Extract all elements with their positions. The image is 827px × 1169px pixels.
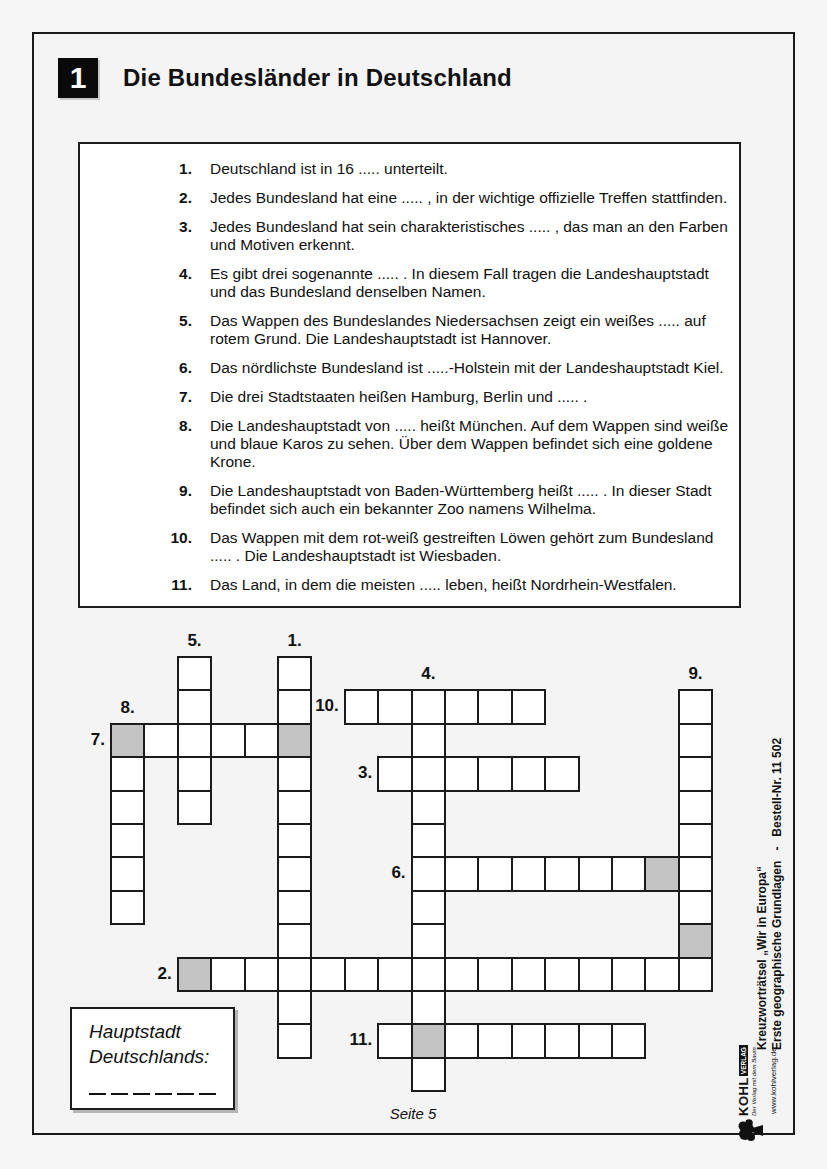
cell-r1c11[interactable]	[477, 689, 512, 724]
cell-r6c5[interactable]	[277, 856, 312, 891]
publisher-logo-top: KOHL VERLAG Der Verlag mit dem Baum	[737, 1066, 765, 1142]
cell-r6c13[interactable]	[544, 856, 579, 891]
cell-r5c0[interactable]	[110, 823, 145, 858]
cell-r1c2[interactable]	[177, 689, 212, 724]
clue-number: 2.	[80, 189, 210, 207]
clue-text: Jedes Bundesland hat eine ..... , in der…	[210, 189, 739, 207]
cell-r3c5[interactable]	[277, 756, 312, 791]
word-label-1: 1.	[288, 631, 302, 651]
clue-10: 10.Das Wappen mit dem rot-weiß gestreift…	[80, 529, 739, 565]
clue-number: 1.	[80, 160, 210, 178]
solution-blank-3[interactable]	[133, 1093, 150, 1095]
cell-r2c3[interactable]	[210, 723, 245, 758]
solution-blank-4[interactable]	[155, 1093, 172, 1095]
cell-r11c14[interactable]	[578, 1023, 613, 1058]
clue-6: 6.Das nördlichste Bundesland ist .....-H…	[80, 359, 739, 377]
cell-r3c12[interactable]	[511, 756, 546, 791]
cell-r9c12[interactable]	[511, 957, 546, 992]
shaded-cell-r8c17[interactable]	[678, 923, 713, 958]
cell-r4c2[interactable]	[177, 790, 212, 825]
cell-r6c12[interactable]	[511, 856, 546, 891]
cell-r9c4[interactable]	[244, 957, 279, 992]
cell-r3c2[interactable]	[177, 756, 212, 791]
cell-r11c5[interactable]	[277, 1023, 312, 1058]
cell-r2c2[interactable]	[177, 723, 212, 758]
cell-r6c11[interactable]	[477, 856, 512, 891]
clue-9: 9.Die Landeshauptstadt von Baden-Württem…	[80, 482, 739, 518]
word-label-8: 8.	[121, 698, 135, 718]
cell-r9c11[interactable]	[477, 957, 512, 992]
clue-number: 7.	[80, 388, 210, 406]
cell-r9c5[interactable]	[277, 957, 312, 992]
cell-r6c14[interactable]	[578, 856, 613, 891]
cell-r3c9[interactable]	[411, 756, 446, 791]
clue-list: 1.Deutschland ist in 16 ..... unterteilt…	[80, 160, 739, 594]
cell-r9c16[interactable]	[644, 957, 679, 992]
cell-r7c0[interactable]	[110, 890, 145, 925]
cell-r7c17[interactable]	[678, 890, 713, 925]
cell-r6c17[interactable]	[678, 856, 713, 891]
shaded-cell-r2c5[interactable]	[277, 723, 312, 758]
word-label-4: 4.	[421, 664, 435, 684]
cell-r4c9[interactable]	[411, 790, 446, 825]
clue-2: 2.Jedes Bundesland hat eine ..... , in d…	[80, 189, 739, 207]
cell-r9c15[interactable]	[611, 957, 646, 992]
cell-r1c12[interactable]	[511, 689, 546, 724]
clue-number: 3.	[80, 218, 210, 254]
publisher-logo: KOHL VERLAG Der Verlag mit dem Baum www.…	[737, 1066, 783, 1142]
solution-blank-6[interactable]	[199, 1093, 216, 1095]
tree-icon	[737, 1118, 765, 1142]
cell-r9c17[interactable]	[678, 957, 713, 992]
shaded-cell-r9c2[interactable]	[177, 957, 212, 992]
publisher-name: KOHL	[737, 1077, 750, 1116]
cell-r9c9[interactable]	[411, 957, 446, 992]
cell-r6c9[interactable]	[411, 856, 446, 891]
clue-box: 1.Deutschland ist in 16 ..... unterteilt…	[78, 142, 741, 608]
cell-r0c5[interactable]	[277, 656, 312, 691]
cell-r0c2[interactable]	[177, 656, 212, 691]
sidebar-series-subtitle: Erste geographische Grundlagen - Bestell…	[770, 780, 785, 1050]
clue-text: Das Wappen mit dem rot-weiß gestreiften …	[210, 529, 739, 565]
shaded-cell-r11c9[interactable]	[411, 1023, 446, 1058]
cell-r2c9[interactable]	[411, 723, 446, 758]
cell-r5c17[interactable]	[678, 823, 713, 858]
cell-r4c0[interactable]	[110, 790, 145, 825]
cell-r6c15[interactable]	[611, 856, 646, 891]
clue-number: 6.	[80, 359, 210, 377]
sidebar-series-title: Kreuzworträtsel „Wir in Europa“	[755, 780, 770, 1050]
cell-r1c9[interactable]	[411, 689, 446, 724]
cell-r1c10[interactable]	[444, 689, 479, 724]
publisher-website[interactable]: www.kohlverlag.de	[769, 1066, 778, 1114]
cell-r2c17[interactable]	[678, 723, 713, 758]
shaded-cell-r2c0[interactable]	[110, 723, 145, 758]
clue-text: Jedes Bundesland hat sein charakteristis…	[210, 218, 739, 254]
clue-text: Die drei Stadtstaaten heißen Hamburg, Be…	[210, 388, 739, 406]
clue-text: Deutschland ist in 16 ..... unterteilt.	[210, 160, 739, 178]
cell-r1c17[interactable]	[678, 689, 713, 724]
cell-r11c15[interactable]	[611, 1023, 646, 1058]
cell-r11c13[interactable]	[544, 1023, 579, 1058]
cell-r5c5[interactable]	[277, 823, 312, 858]
page-footer: Seite 5	[313, 1105, 513, 1122]
cell-r6c0[interactable]	[110, 856, 145, 891]
solution-blank-2[interactable]	[111, 1093, 128, 1095]
cell-r9c3[interactable]	[210, 957, 245, 992]
word-label-6: 6.	[346, 863, 406, 883]
cell-r9c10[interactable]	[444, 957, 479, 992]
cell-r8c5[interactable]	[277, 923, 312, 958]
clue-4: 4.Es gibt drei sogenannte ..... . In die…	[80, 265, 739, 301]
cell-r5c9[interactable]	[411, 823, 446, 858]
cell-r9c14[interactable]	[578, 957, 613, 992]
cell-r7c9[interactable]	[411, 890, 446, 925]
clue-number: 11.	[80, 576, 210, 594]
solution-box-line2: Deutschlands:	[89, 1044, 233, 1069]
word-label-11: 11.	[312, 1030, 372, 1050]
solution-box-line1: Hauptstadt	[89, 1019, 233, 1044]
clue-text: Das Wappen des Bundeslandes Niedersachse…	[210, 312, 739, 348]
clue-text: Die Landeshauptstadt von Baden-Württembe…	[210, 482, 739, 518]
cell-r9c13[interactable]	[544, 957, 579, 992]
cell-r3c8[interactable]	[377, 756, 412, 791]
cell-r7c5[interactable]	[277, 890, 312, 925]
word-label-10: 10.	[279, 696, 339, 716]
cell-r11c11[interactable]	[477, 1023, 512, 1058]
word-label-9: 9.	[688, 664, 702, 684]
cell-r6c10[interactable]	[444, 856, 479, 891]
publisher-tagline: Der Verlag mit dem Baum	[751, 1045, 757, 1116]
page-title: Die Bundesländer in Deutschland	[123, 58, 512, 98]
clue-text: Das nördlichste Bundesland ist .....-Hol…	[210, 359, 739, 377]
clue-number: 5.	[80, 312, 210, 348]
clue-number: 8.	[80, 417, 210, 471]
cell-r8c9[interactable]	[411, 923, 446, 958]
clue-text: Es gibt drei sogenannte ..... . In diese…	[210, 265, 739, 301]
cell-r11c8[interactable]	[377, 1023, 412, 1058]
cell-r3c17[interactable]	[678, 756, 713, 791]
cell-r4c17[interactable]	[678, 790, 713, 825]
clue-number: 9.	[80, 482, 210, 518]
clue-text: Die Landeshauptstadt von ..... heißt Mün…	[210, 417, 739, 471]
clue-8: 8.Die Landeshauptstadt von ..... heißt M…	[80, 417, 739, 471]
clue-11: 11.Das Land, in dem die meisten ..... le…	[80, 576, 739, 594]
cell-r12c9[interactable]	[411, 1057, 446, 1092]
cell-r2c1[interactable]	[143, 723, 178, 758]
cell-r4c5[interactable]	[277, 790, 312, 825]
solution-blanks[interactable]	[89, 1093, 216, 1095]
clue-number: 10.	[80, 529, 210, 565]
cell-r11c12[interactable]	[511, 1023, 546, 1058]
sidebar-imprint: Kreuzworträtsel „Wir in Europa“ Erste ge…	[755, 780, 787, 1050]
clue-3: 3.Jedes Bundesland hat sein charakterist…	[80, 218, 739, 254]
cell-r1c8[interactable]	[377, 689, 412, 724]
cell-r3c0[interactable]	[110, 756, 145, 791]
worksheet-number-badge: 1	[58, 58, 98, 98]
clue-number: 4.	[80, 265, 210, 301]
solution-blank-1[interactable]	[89, 1093, 106, 1095]
cell-r10c5[interactable]	[277, 990, 312, 1025]
clue-5: 5.Das Wappen des Bundeslandes Niedersach…	[80, 312, 739, 348]
clue-1: 1.Deutschland ist in 16 ..... unterteilt…	[80, 160, 739, 178]
clue-7: 7.Die drei Stadtstaaten heißen Hamburg, …	[80, 388, 739, 406]
word-label-5: 5.	[187, 631, 201, 651]
cell-r9c7[interactable]	[344, 957, 379, 992]
cell-r3c13[interactable]	[544, 756, 579, 791]
cell-r2c4[interactable]	[244, 723, 279, 758]
shaded-cell-r6c16[interactable]	[644, 856, 679, 891]
cell-r1c7[interactable]	[344, 689, 379, 724]
word-label-7: 7.	[45, 730, 105, 750]
word-label-2: 2.	[112, 964, 172, 984]
word-label-3: 3.	[312, 763, 372, 783]
cell-r3c11[interactable]	[477, 756, 512, 791]
cell-r10c9[interactable]	[411, 990, 446, 1025]
solution-box: Hauptstadt Deutschlands:	[70, 1007, 235, 1110]
cell-r9c8[interactable]	[377, 957, 412, 992]
solution-blank-5[interactable]	[177, 1093, 194, 1095]
cell-r9c6[interactable]	[310, 957, 345, 992]
clue-text: Das Land, in dem die meisten ..... leben…	[210, 576, 739, 594]
cell-r3c10[interactable]	[444, 756, 479, 791]
cell-r11c10[interactable]	[444, 1023, 479, 1058]
publisher-suffix-badge: VERLAG	[739, 1045, 748, 1076]
